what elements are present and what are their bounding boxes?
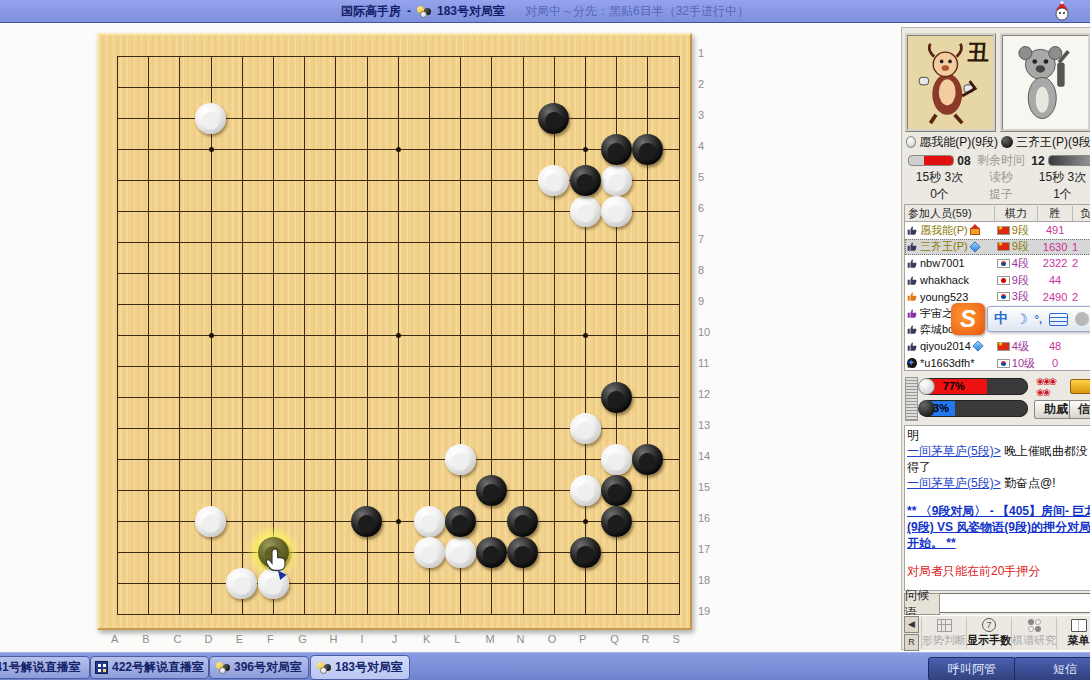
time-label: 剩余时间 [975,152,1027,169]
participant-name-cell: whakhack [905,274,995,286]
stone-black-M15: ● [476,475,507,506]
col-label-I: I [361,633,364,645]
ime-bar: S 中 ☽ °, [951,303,1090,335]
participant-name: 弈城bo [920,322,954,337]
white-player-name-row: 愿我能(P)(9段) [906,134,998,150]
black-stone-icon [1001,136,1013,148]
row-label-5: 5 [698,171,704,183]
greeting-button[interactable]: 问候语 [904,593,940,615]
stone-black-M17: ● [476,537,507,568]
sms-button[interactable]: 短信 [1014,657,1090,680]
stone-black-R4: ● [632,134,663,165]
taskbar-tab-4[interactable]: 183号对局室 [310,655,410,680]
flag-kr-icon [997,259,1010,268]
stone-black-O3: ● [538,103,569,134]
thumb-up-icon [907,341,918,352]
tool-circ7[interactable]: 7显示手数 [966,617,1011,649]
tool-book[interactable]: 菜单 [1056,617,1090,649]
hand-cursor [265,548,291,580]
chat-line: ** 〈9段对局〉 - 【405】房间- 巨龙(9段) VS 风姿物语(9段)的… [907,503,1090,551]
losses-column-header: 负 [1072,206,1090,221]
tab-label: 396号对局室 [234,659,302,676]
participant-name-cell: *u1663dfh*✦ [905,357,995,369]
row-label-9: 9 [698,295,704,307]
row-label-19: 19 [698,605,710,617]
star-point [209,333,214,338]
stone-black-P5: ● [570,165,601,196]
participant-wins: 48 [1038,340,1072,352]
participant-rank: 3段 [1012,289,1029,304]
participant-wins: 2322 [1038,257,1072,269]
col-label-L: L [454,633,460,645]
col-label-C: C [173,633,181,645]
row-label-17: 17 [698,543,710,555]
grid-line-v [242,56,243,615]
mascot-icon [1052,1,1072,21]
tool-label: 菜单 [1068,633,1090,648]
participant-rank: 9段 [1012,223,1029,238]
stone-white-Q6: ● [601,196,632,227]
col-label-D: D [205,633,213,645]
taskbar-tab-2[interactable]: 422号解说直播室 [90,656,209,679]
koala-cartoon [1003,36,1088,129]
white-bar-stone-icon [918,378,935,395]
participant-wins: 1630 [1038,241,1072,253]
grid-line-v [304,56,305,615]
col-label-Q: Q [610,633,619,645]
participants-title: 参加人员(59) [905,206,994,221]
participant-name-cell: 愿我能(P) [905,223,995,238]
byoyomi-label: 读秒 [975,169,1027,186]
white-time: 08 [957,154,970,168]
grid-line-v [554,56,555,615]
participant-name-cell: qiyou2014 [905,340,995,352]
chat-input-row: 问候语 [904,593,1090,613]
stone-black-I16: ● [351,506,382,537]
participant-wins: 44 [1038,274,1072,286]
black-byoyomi: 15秒 3次 [1027,169,1090,186]
star-badge-icon: ✦ [907,358,917,368]
participant-row[interactable]: 愿我能(P)9段491 [905,222,1090,239]
row-label-8: 8 [698,264,704,276]
white-captures: 0个 [904,186,975,203]
thumb-up-icon [907,258,918,269]
col-label-F: F [267,633,274,645]
tool-label: 显示手数 [967,633,1011,648]
stones-room-icon [317,661,331,674]
tool-st4: 棋谱研究 [1011,617,1056,649]
col-label-H: H [329,633,337,645]
row-label-3: 3 [698,109,704,121]
taskbar-tab-3[interactable]: 396号对局室 [209,656,309,679]
white-player-avatar: 丑 [905,33,996,132]
chat-line: 对局者只能在前20手押分 [907,563,1090,579]
participant-name: 三齐王(P) [920,239,968,254]
chat-message: 勤奋点@! [1001,476,1056,490]
stone-black-P17: ● [570,537,601,568]
book-icon [1071,619,1087,632]
tool-label: 形势判断 [922,633,966,648]
winrate-section: 77% 23% ❀❀❀❀❀ 助威 信息 [904,374,1090,422]
black-captures: 1个 [1027,186,1090,203]
moon-icon[interactable]: ☽ [1015,311,1028,327]
star-point [396,333,401,338]
participant-name-cell: nbw7001 [905,257,995,269]
tab-label: 183号对局室 [335,659,403,676]
side-panel: 丑 愿我能(P)(9段) 三齐王(P)(9段) 08 [901,27,1090,650]
stone-white-P15: ● [570,475,601,506]
diamond-badge-icon [969,241,980,252]
st4-icon [1028,619,1041,632]
col-label-S: S [673,633,680,645]
participant-row[interactable]: nbw70014段23222 [905,255,1090,272]
flag-cn-icon [997,226,1010,235]
keyboard-icon[interactable] [1049,313,1068,326]
black-winrate-bar: 23% [920,400,1028,417]
punct-icon[interactable]: °, [1035,313,1042,325]
participant-row[interactable]: *u1663dfh*✦10级0 [905,355,1090,371]
col-label-G: G [298,633,307,645]
ime-mode-toggle[interactable]: 中 [994,310,1008,328]
participant-losses-partial: 2 [1072,291,1090,303]
zodiac-char: 丑 [967,38,989,68]
participant-rank-cell: 3段 [995,289,1038,304]
grid-line-v [679,56,680,615]
grid-room-icon [95,661,108,674]
star-point [396,519,401,524]
thumb-up-icon [907,324,918,335]
star-point [583,147,588,152]
participant-rank-cell: 4级 [995,339,1038,354]
taskbar: 41号解说直播室422号解说直播室396号对局室183号对局室呼叫阿管短信 [0,652,1090,680]
stone-white-E18: ● [226,568,257,599]
rank-column-header: 棋力 [994,206,1037,221]
col-label-R: R [641,633,649,645]
stone-black-R14: ● [632,444,663,475]
go-board[interactable]: ●●●●●●●●●●●●●●●●●●●●●●●●●●●●●●● [97,33,692,630]
participant-rank: 4级 [1012,339,1029,354]
black-player-label: 三齐王(P)(9段) [1016,134,1090,151]
participant-rank: 4段 [1012,256,1029,271]
stone-black-L16: ● [445,506,476,537]
row-label-10: 10 [698,326,710,338]
row-label-4: 4 [698,140,704,152]
row-label-12: 12 [698,388,710,400]
row-label-15: 15 [698,481,710,493]
stone-black-Q4: ● [601,134,632,165]
room-stones-icon [417,5,431,18]
thumb-up-icon [907,308,918,319]
app-window: 国际高手房 - 183号对局室 对局中～分先：黑贴6目半（32手进行中） ●●●… [0,0,1090,680]
col-label-J: J [392,633,398,645]
stone-black-Q16: ● [601,506,632,537]
stone-white-D16: ● [195,506,226,537]
participant-name: young523 [920,291,968,303]
grid-icon [937,619,952,632]
house-badge-icon [970,228,980,235]
participant-rank-cell: 10级 [995,356,1038,371]
participant-name: *u1663dfh* [920,357,974,369]
col-label-O: O [548,633,557,645]
white-player-label: 愿我能(P)(9段) [919,134,998,151]
participant-name: 宇宙之 [920,306,953,321]
thumb-up-icon [907,225,918,236]
r-button[interactable]: R [904,634,919,651]
participant-rank-cell: 9段 [995,223,1038,238]
stones-room-icon [216,661,230,674]
participant-name-cell: 三齐王(P) [905,239,995,254]
chat-line: 明 [907,427,1090,443]
giftbox-icon [1070,379,1090,394]
chat-line: 一间茅草庐(5段)> 晚上催眠曲都没得了 [907,443,1090,475]
black-time-bar [1048,155,1090,166]
flowers-icon: ❀❀❀❀❀ [1036,376,1055,398]
flag-kr-icon [997,359,1010,368]
tool-label: 棋谱研究 [1012,633,1056,648]
stone-white-D3: ● [195,103,226,134]
col-label-K: K [423,633,430,645]
diamond-badge-icon [972,341,983,352]
participant-rank: 10级 [1012,356,1035,371]
taskbar-tab-1[interactable]: 41号解说直播室 [0,656,90,679]
stone-black-Q12: ● [601,382,632,413]
participant-name: whakhack [920,274,969,286]
participant-row[interactable]: whakhack9段44 [905,272,1090,289]
star-point [583,333,588,338]
stone-white-K17: ● [414,537,445,568]
ime-profile-icon[interactable] [1075,312,1089,326]
participant-losses-partial: 1 [1072,241,1090,253]
participants-header: 参加人员(59) 棋力 胜 负 [905,205,1090,222]
participant-rank: 9段 [1012,273,1029,288]
participant-name: nbw7001 [920,257,965,269]
tab-label: 41号解说直播室 [0,659,81,676]
row-label-1: 1 [698,47,704,59]
stone-white-P13: ● [570,413,601,444]
chat-input[interactable] [940,593,1090,613]
white-stone-icon [906,136,916,148]
participants-list[interactable]: 参加人员(59) 棋力 胜 负 愿我能(P)9段491三齐王(P)9段16301… [904,204,1090,371]
circ7-icon: 7 [982,619,996,632]
chat-line: 一间茅草庐(5段)> 勤奋点@! [907,475,1090,491]
flag-jp-icon [997,276,1010,285]
flag-kr-icon [997,292,1010,301]
chat-user-link[interactable]: 一间茅草庐(5段)> [907,444,1001,458]
wood-grain [99,35,690,628]
title-separator: - [407,4,411,18]
stone-white-O5: ● [538,165,569,196]
participant-name-cell: young523 [905,291,995,303]
participant-rank-cell: 9段 [995,239,1038,254]
title-bar: 国际高手房 - 183号对局室 对局中～分先：黑贴6目半（32手进行中） [0,0,1090,23]
participant-rank-cell: 9段 [995,273,1038,288]
tab-label: 422号解说直播室 [112,659,204,676]
wins-column-header: 胜 [1037,206,1072,221]
room-title: 183号对局室 [437,3,505,20]
white-byoyomi: 15秒 3次 [904,169,975,186]
flag-cn-icon [997,242,1010,251]
participant-row[interactable]: qiyou20144级48 [905,338,1090,355]
hall-title: 国际高手房 [341,3,401,20]
participant-name: qiyou2014 [920,340,971,352]
row-label-18: 18 [698,574,710,586]
participant-wins: 0 [1038,357,1072,369]
grid-line-v [335,56,336,615]
row-label-11: 11 [698,357,709,369]
bottom-toolbar: ◀ R 形势判断7显示手数棋谱研究菜单 [904,615,1090,650]
black-player-avatar [1000,33,1090,132]
row-label-2: 2 [698,78,704,90]
participant-name: 愿我能(P) [920,223,968,238]
row-label-7: 7 [698,233,704,245]
stone-white-L14: ● [445,444,476,475]
thumb-up-icon [907,241,918,252]
participant-row[interactable]: 三齐王(P)9段16301 [905,239,1090,256]
sogou-logo-icon[interactable]: S [951,303,985,335]
col-label-B: B [142,633,149,645]
col-label-A: A [111,633,118,645]
info-button[interactable]: 信息 [1069,400,1090,419]
thumb-up-icon [907,275,918,286]
black-bar-stone-icon [918,400,935,417]
thumb-up-icon [907,291,918,302]
col-label-E: E [236,633,243,645]
participant-losses-partial: 2 [1072,257,1090,269]
collapse-button[interactable]: ◀ [904,616,919,633]
star-point [583,519,588,524]
tool-grid: 形势判断 [921,617,966,649]
grip-handle[interactable] [905,377,918,421]
row-label-6: 6 [698,202,704,214]
participant-rank-cell: 4段 [995,256,1038,271]
grid-line-v [148,56,149,615]
row-label-14: 14 [698,450,710,462]
col-label-N: N [517,633,525,645]
row-label-13: 13 [698,419,710,431]
participant-wins: 2490 [1038,291,1072,303]
chat-log[interactable]: 明一间茅草庐(5段)> 晚上催眠曲都没得了一间茅草庐(5段)> 勤奋点@!** … [904,425,1090,591]
stone-black-N17: ● [507,537,538,568]
grid-line-v [179,56,180,615]
call-admin-button[interactable]: 呼叫阿管 [928,657,1016,680]
star-point [396,147,401,152]
star-point [209,147,214,152]
white-time-bar [908,155,954,166]
timer-section: 08 剩余时间 12 15秒 3次 读秒 15秒 3次 0个 提子 1个 [904,152,1090,203]
chat-user-link[interactable]: 一间茅草庐(5段)> [907,476,1001,490]
col-label-M: M [485,633,494,645]
participant-wins: 491 [1038,224,1072,236]
captures-label: 提子 [975,186,1027,203]
participant-rank: 9段 [1012,239,1029,254]
white-winrate-bar: 77% [920,378,1028,395]
black-player-name-row: 三齐王(P)(9段) [1001,134,1090,150]
grid-line-v [117,56,118,615]
black-time: 12 [1031,154,1044,168]
game-status: 对局中～分先：黑贴6目半（32手进行中） [525,3,749,20]
col-label-P: P [579,633,586,645]
row-label-16: 16 [698,512,710,524]
flag-cn-icon [997,342,1010,351]
